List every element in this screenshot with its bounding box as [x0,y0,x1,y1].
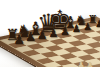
pieces-layer: ♜♞♝♛♚♝♞♜♟♟♟♟♟♟♟♟♟♟ [0,0,100,67]
piece-black-pawn-d7: ♟ [48,27,58,38]
photo-backdrop: ♜♞♝♛♚♝♞♜♟♟♟♟♟♟♟♟♟♟ [0,0,100,67]
piece-black-pawn-h7: ♟ [95,19,100,28]
piece-black-pawn-c7: ♟ [37,29,48,41]
piece-black-pawn-f7: ♟ [72,23,81,33]
piece-black-pawn-g7: ♟ [83,21,92,31]
white-piece-top-2: ♟ [82,60,99,67]
piece-black-pawn-a7: ♟ [13,33,25,46]
piece-black-pawn-b7: ♟ [25,31,36,43]
scene: ♜♞♝♛♚♝♞♜♟♟♟♟♟♟♟♟♟♟ [0,0,100,67]
piece-black-pawn-e7: ♟ [60,25,70,36]
